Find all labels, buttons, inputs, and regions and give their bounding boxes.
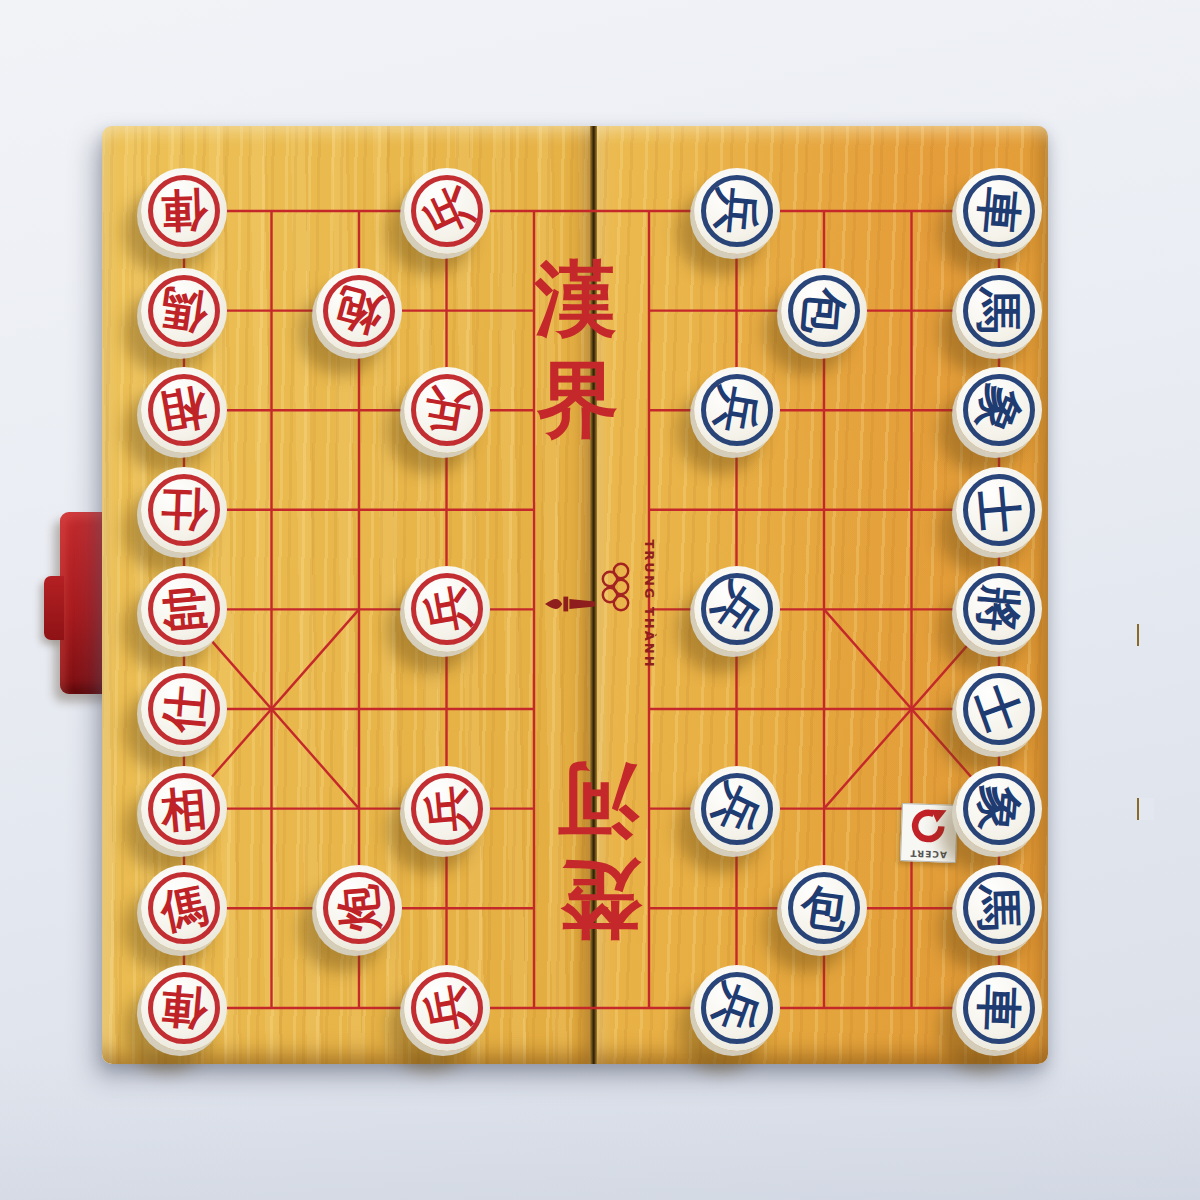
- piece-blue-cannon[interactable]: 包: [781, 268, 867, 354]
- piece-character: 包: [775, 860, 872, 957]
- piece-blue-chariot[interactable]: 車: [956, 168, 1042, 254]
- xiangqi-board: 漢 界 河 楚 TRUNG THÀNH ACERT 66-10: [102, 126, 1048, 1064]
- piece-red-soldier[interactable]: 兵: [404, 367, 490, 453]
- river-char-jie: 界: [537, 358, 619, 440]
- piece-blue-horse[interactable]: 馬: [956, 865, 1042, 951]
- piece-character: 俥: [137, 961, 230, 1054]
- river-char-he: 河: [557, 761, 639, 843]
- river-char-han: 漢: [535, 257, 617, 339]
- case-latch-tab[interactable]: [44, 576, 64, 640]
- piece-character: 兵: [397, 560, 497, 660]
- piece-character: 將: [952, 563, 1045, 656]
- piece-blue-general[interactable]: 將: [956, 566, 1042, 652]
- piece-red-soldier[interactable]: 兵: [404, 965, 490, 1051]
- piece-character: 車: [952, 164, 1045, 257]
- piece-blue-chariot[interactable]: 車: [956, 965, 1042, 1051]
- edge-notch: [1137, 798, 1154, 820]
- piece-red-cannon[interactable]: 炮: [316, 268, 402, 354]
- piece-blue-elephant[interactable]: 象: [956, 766, 1042, 852]
- edge-notch: [1137, 624, 1154, 646]
- piece-character: 兵: [397, 360, 497, 460]
- piece-character: 包: [777, 264, 870, 357]
- piece-blue-advisor[interactable]: 士: [956, 666, 1042, 752]
- piece-character: 相: [134, 360, 234, 460]
- piece-red-cannon[interactable]: 炮: [316, 865, 402, 951]
- cert-logo-icon: [909, 808, 948, 843]
- piece-blue-soldier[interactable]: 兵: [694, 766, 780, 852]
- piece-character: 炮: [312, 862, 405, 955]
- piece-character: 士: [952, 463, 1045, 556]
- piece-character: 馬: [955, 864, 1044, 953]
- piece-character: 俥: [140, 167, 229, 256]
- piece-blue-elephant[interactable]: 象: [956, 367, 1042, 453]
- piece-character: 兵: [690, 164, 783, 257]
- piece-blue-soldier[interactable]: 兵: [694, 367, 780, 453]
- piece-character: 傌: [133, 857, 235, 959]
- piece-character: 車: [955, 963, 1044, 1052]
- piece-character: 兵: [397, 958, 497, 1058]
- piece-blue-soldier[interactable]: 兵: [694, 566, 780, 652]
- piece-blue-horse[interactable]: 馬: [956, 268, 1042, 354]
- piece-blue-soldier[interactable]: 兵: [694, 965, 780, 1051]
- piece-character: 傌: [135, 262, 232, 359]
- certification-sticker: ACERT 66-10: [900, 803, 958, 863]
- piece-character: 仕: [137, 662, 230, 755]
- piece-red-horse[interactable]: 傌: [141, 865, 227, 951]
- piece-character: 帥: [137, 563, 230, 656]
- piece-red-horse[interactable]: 傌: [141, 268, 227, 354]
- piece-red-advisor[interactable]: 仕: [141, 666, 227, 752]
- piece-red-advisor[interactable]: 仕: [141, 467, 227, 553]
- piece-red-soldier[interactable]: 兵: [404, 766, 490, 852]
- piece-character: 仕: [140, 465, 229, 554]
- piece-blue-cannon[interactable]: 包: [781, 865, 867, 951]
- river-char-chu: 楚: [560, 860, 642, 942]
- piece-blue-advisor[interactable]: 士: [956, 467, 1042, 553]
- piece-character: 象: [952, 762, 1045, 855]
- piece-character: 兵: [400, 762, 493, 855]
- piece-red-soldier[interactable]: 兵: [404, 168, 490, 254]
- piece-character: 馬: [956, 268, 1042, 354]
- piece-red-elephant[interactable]: 相: [141, 367, 227, 453]
- photo-scene: 漢 界 河 楚 TRUNG THÀNH ACERT 66-10: [0, 0, 1200, 1200]
- cert-text: ACERT: [901, 848, 955, 860]
- piece-red-soldier[interactable]: 兵: [404, 566, 490, 652]
- piece-blue-soldier[interactable]: 兵: [694, 168, 780, 254]
- piece-red-chariot[interactable]: 俥: [141, 168, 227, 254]
- piece-character: 相: [137, 762, 230, 855]
- piece-red-elephant[interactable]: 相: [141, 766, 227, 852]
- piece-red-chariot[interactable]: 俥: [141, 965, 227, 1051]
- piece-character: 兵: [687, 360, 787, 460]
- piece-red-general[interactable]: 帥: [141, 566, 227, 652]
